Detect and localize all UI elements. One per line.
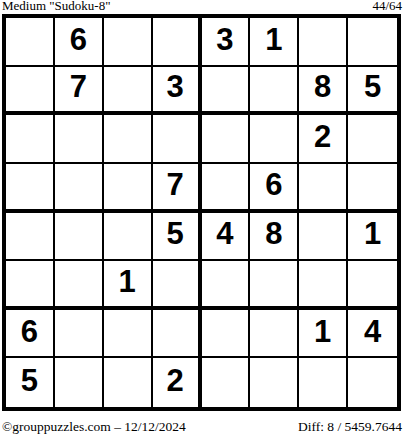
sudoku-cell-r3c4[interactable] — [153, 115, 202, 164]
sudoku-cell-r3c3[interactable] — [104, 115, 153, 164]
givens-counter: 44/64 — [372, 0, 402, 13]
sudoku-cell-r4c2[interactable] — [55, 164, 104, 213]
sudoku-cell-r4c1[interactable] — [6, 164, 55, 213]
sudoku-cell-r5c8[interactable]: 1 — [348, 213, 397, 262]
sudoku-cell-r1c2[interactable]: 6 — [55, 18, 104, 67]
sudoku-cell-r7c6[interactable] — [250, 310, 299, 359]
sudoku-cell-r5c5[interactable]: 4 — [202, 213, 251, 262]
cell-digit: 4 — [364, 316, 381, 347]
sudoku-cell-r2c7[interactable]: 8 — [299, 67, 348, 116]
sudoku-cell-r8c2[interactable] — [55, 358, 104, 407]
sudoku-board: 63173852765481161452 — [2, 14, 401, 411]
sudoku-cell-r5c1[interactable] — [6, 213, 55, 262]
sudoku-cell-r2c3[interactable] — [104, 67, 153, 116]
cell-digit: 4 — [216, 218, 233, 249]
sudoku-cell-r2c8[interactable]: 5 — [348, 67, 397, 116]
sudoku-cell-r1c7[interactable] — [299, 18, 348, 67]
sudoku-cell-r8c1[interactable]: 5 — [6, 358, 55, 407]
sudoku-cell-r3c6[interactable] — [250, 115, 299, 164]
sudoku-cell-r6c5[interactable] — [202, 261, 251, 310]
sudoku-cell-r7c5[interactable] — [202, 310, 251, 359]
sudoku-cell-r2c1[interactable] — [6, 67, 55, 116]
sudoku-cell-r1c5[interactable]: 3 — [202, 18, 251, 67]
sudoku-cell-r2c5[interactable] — [202, 67, 251, 116]
sudoku-cell-r1c1[interactable] — [6, 18, 55, 67]
cell-digit: 7 — [70, 71, 87, 102]
sudoku-cell-r3c2[interactable] — [55, 115, 104, 164]
sudoku-cell-r8c8[interactable] — [348, 358, 397, 407]
cell-digit: 1 — [265, 24, 282, 55]
sudoku-cell-r4c5[interactable] — [202, 164, 251, 213]
sudoku-cell-r5c4[interactable]: 5 — [153, 213, 202, 262]
cell-digit: 8 — [314, 71, 331, 102]
sudoku-cell-r4c8[interactable] — [348, 164, 397, 213]
cell-digit: 3 — [166, 71, 183, 102]
sudoku-cell-r8c4[interactable]: 2 — [153, 358, 202, 407]
sudoku-cell-r6c1[interactable] — [6, 261, 55, 310]
sudoku-cell-r1c3[interactable] — [104, 18, 153, 67]
sudoku-cell-r2c2[interactable]: 7 — [55, 67, 104, 116]
sudoku-cell-r4c7[interactable] — [299, 164, 348, 213]
sudoku-cell-r1c4[interactable] — [153, 18, 202, 67]
sudoku-cell-r2c4[interactable]: 3 — [153, 67, 202, 116]
sudoku-cell-r4c4[interactable]: 7 — [153, 164, 202, 213]
sudoku-cell-r5c6[interactable]: 8 — [250, 213, 299, 262]
sudoku-cell-r7c3[interactable] — [104, 310, 153, 359]
footer: ©grouppuzzles.com – 12/12/2024 Diff: 8 /… — [2, 419, 402, 435]
cell-digit: 1 — [364, 218, 381, 249]
cell-digit: 5 — [21, 365, 38, 396]
sudoku-cell-r7c4[interactable] — [153, 310, 202, 359]
cell-digit: 6 — [70, 24, 87, 55]
cell-digit: 7 — [166, 169, 183, 200]
sudoku-cell-r1c8[interactable] — [348, 18, 397, 67]
difficulty: Diff: 8 / 5459.7644 — [298, 419, 402, 435]
sudoku-cell-r2c6[interactable] — [250, 67, 299, 116]
sudoku-cell-r7c2[interactable] — [55, 310, 104, 359]
cell-digit: 8 — [265, 218, 282, 249]
sudoku-cell-r6c8[interactable] — [348, 261, 397, 310]
sudoku-cell-r7c1[interactable]: 6 — [6, 310, 55, 359]
sudoku-cell-r5c2[interactable] — [55, 213, 104, 262]
cell-digit: 1 — [314, 316, 331, 347]
sudoku-cell-r6c6[interactable] — [250, 261, 299, 310]
sudoku-cell-r3c7[interactable]: 2 — [299, 115, 348, 164]
sudoku-cell-r6c2[interactable] — [55, 261, 104, 310]
puzzle-title: Medium "Sudoku-8" — [2, 0, 110, 13]
cell-digit: 2 — [314, 121, 331, 152]
cell-digit: 6 — [265, 169, 282, 200]
cell-digit: 5 — [166, 218, 183, 249]
sudoku-cell-r8c3[interactable] — [104, 358, 153, 407]
sudoku-cell-r6c3[interactable]: 1 — [104, 261, 153, 310]
header: Medium "Sudoku-8" 44/64 — [2, 0, 402, 13]
sudoku-cell-r8c5[interactable] — [202, 358, 251, 407]
sudoku-cell-r6c7[interactable] — [299, 261, 348, 310]
sudoku-cell-r7c8[interactable]: 4 — [348, 310, 397, 359]
sudoku-cell-r3c1[interactable] — [6, 115, 55, 164]
cell-digit: 6 — [21, 316, 38, 347]
sudoku-cell-r6c4[interactable] — [153, 261, 202, 310]
sudoku-cell-r4c6[interactable]: 6 — [250, 164, 299, 213]
cell-digit: 3 — [216, 24, 233, 55]
sudoku-cell-r8c6[interactable] — [250, 358, 299, 407]
cell-digit: 1 — [119, 266, 136, 297]
sudoku-cell-r3c8[interactable] — [348, 115, 397, 164]
sudoku-cell-r7c7[interactable]: 1 — [299, 310, 348, 359]
cell-digit: 5 — [364, 71, 381, 102]
sudoku-cell-r5c3[interactable] — [104, 213, 153, 262]
sudoku-cell-r3c5[interactable] — [202, 115, 251, 164]
sudoku-cell-r5c7[interactable] — [299, 213, 348, 262]
copyright-date: ©grouppuzzles.com – 12/12/2024 — [2, 419, 186, 435]
cell-digit: 2 — [166, 365, 183, 396]
sudoku-cell-r8c7[interactable] — [299, 358, 348, 407]
sudoku-cell-r1c6[interactable]: 1 — [250, 18, 299, 67]
sudoku-cell-r4c3[interactable] — [104, 164, 153, 213]
